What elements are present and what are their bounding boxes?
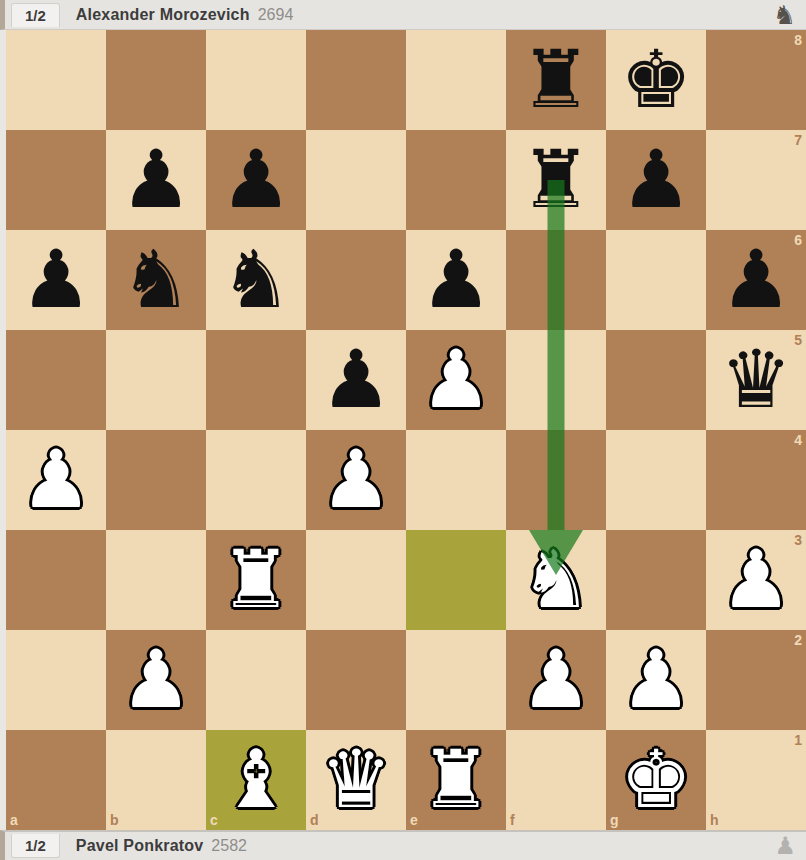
top-result-badge: 1/2 xyxy=(11,3,60,27)
square-f2[interactable]: ♟ xyxy=(506,630,606,730)
square-d1[interactable]: d♛ xyxy=(306,730,406,830)
chess-board: ♜♚8♟♟♜♟7♟♞♞♟6♟♟♟5♛♟♟4♜♞3♟♟♟♟2abc♝d♛e♜fg♚… xyxy=(6,30,806,830)
white-pawn-b2[interactable]: ♟ xyxy=(106,630,206,730)
white-pawn-g2[interactable]: ♟ xyxy=(606,630,706,730)
white-pawn-a4[interactable]: ♟ xyxy=(6,430,106,530)
square-b6[interactable]: ♞ xyxy=(106,230,206,330)
rank-label-8: 8 xyxy=(794,33,802,47)
square-d2[interactable] xyxy=(306,630,406,730)
black-knight-c6[interactable]: ♞ xyxy=(206,230,306,330)
square-d6[interactable] xyxy=(306,230,406,330)
square-g5[interactable] xyxy=(606,330,706,430)
black-pawn-h6[interactable]: ♟ xyxy=(706,230,806,330)
rank-label-1: 1 xyxy=(794,733,802,747)
square-f4[interactable] xyxy=(506,430,606,530)
square-b2[interactable]: ♟ xyxy=(106,630,206,730)
white-pawn-e5[interactable]: ♟ xyxy=(406,330,506,430)
square-g8[interactable]: ♚ xyxy=(606,30,706,130)
white-pawn-h3[interactable]: ♟ xyxy=(706,530,806,630)
square-h6[interactable]: 6♟ xyxy=(706,230,806,330)
white-rook-c3[interactable]: ♜ xyxy=(206,530,306,630)
square-f1[interactable]: f xyxy=(506,730,606,830)
black-knight-b6[interactable]: ♞ xyxy=(106,230,206,330)
file-label-b: b xyxy=(110,813,119,827)
square-b7[interactable]: ♟ xyxy=(106,130,206,230)
square-b5[interactable] xyxy=(106,330,206,430)
square-a2[interactable] xyxy=(6,630,106,730)
file-label-f: f xyxy=(510,813,515,827)
square-f5[interactable] xyxy=(506,330,606,430)
square-d8[interactable] xyxy=(306,30,406,130)
square-g4[interactable] xyxy=(606,430,706,530)
square-c6[interactable]: ♞ xyxy=(206,230,306,330)
bottom-player-rating: 2582 xyxy=(211,837,247,855)
black-rook-f7[interactable]: ♜ xyxy=(506,130,606,230)
square-d5[interactable]: ♟ xyxy=(306,330,406,430)
square-e5[interactable]: ♟ xyxy=(406,330,506,430)
square-h3[interactable]: 3♟ xyxy=(706,530,806,630)
square-b4[interactable] xyxy=(106,430,206,530)
black-pawn-e6[interactable]: ♟ xyxy=(406,230,506,330)
square-g6[interactable] xyxy=(606,230,706,330)
white-knight-f3[interactable]: ♞ xyxy=(506,530,606,630)
square-f6[interactable] xyxy=(506,230,606,330)
square-c8[interactable] xyxy=(206,30,306,130)
square-h1[interactable]: 1h xyxy=(706,730,806,830)
white-pawn-d4[interactable]: ♟ xyxy=(306,430,406,530)
square-c3[interactable]: ♜ xyxy=(206,530,306,630)
square-f7[interactable]: ♜ xyxy=(506,130,606,230)
black-pawn-c7[interactable]: ♟ xyxy=(206,130,306,230)
black-pawn-b7[interactable]: ♟ xyxy=(106,130,206,230)
white-king-g1[interactable]: ♚ xyxy=(606,730,706,830)
square-e1[interactable]: e♜ xyxy=(406,730,506,830)
square-a3[interactable] xyxy=(6,530,106,630)
rank-label-7: 7 xyxy=(794,133,802,147)
square-g7[interactable]: ♟ xyxy=(606,130,706,230)
square-c7[interactable]: ♟ xyxy=(206,130,306,230)
square-a8[interactable] xyxy=(6,30,106,130)
square-g3[interactable] xyxy=(606,530,706,630)
square-b8[interactable] xyxy=(106,30,206,130)
white-pawn-icon: ♟ xyxy=(774,834,796,858)
square-a6[interactable]: ♟ xyxy=(6,230,106,330)
white-bishop-c1[interactable]: ♝ xyxy=(206,730,306,830)
square-g1[interactable]: g♚ xyxy=(606,730,706,830)
black-knight-icon: ♞ xyxy=(773,2,796,28)
square-c2[interactable] xyxy=(206,630,306,730)
square-e4[interactable] xyxy=(406,430,506,530)
bottom-player-name: Pavel Ponkratov xyxy=(76,837,204,855)
square-c5[interactable] xyxy=(206,330,306,430)
black-pawn-g7[interactable]: ♟ xyxy=(606,130,706,230)
square-e3[interactable] xyxy=(406,530,506,630)
square-e7[interactable] xyxy=(406,130,506,230)
black-pawn-d5[interactable]: ♟ xyxy=(306,330,406,430)
square-e2[interactable] xyxy=(406,630,506,730)
square-b3[interactable] xyxy=(106,530,206,630)
top-player-rating: 2694 xyxy=(258,6,294,24)
square-a1[interactable]: a xyxy=(6,730,106,830)
white-rook-e1[interactable]: ♜ xyxy=(406,730,506,830)
top-player-bar: 1/2 Alexander Morozevich 2694 ♞ xyxy=(0,0,806,30)
square-f3[interactable]: ♞ xyxy=(506,530,606,630)
bottom-player-bar: 1/2 Pavel Ponkratov 2582 ♟ xyxy=(0,830,806,860)
square-h8[interactable]: 8 xyxy=(706,30,806,130)
white-pawn-f2[interactable]: ♟ xyxy=(506,630,606,730)
top-player-name: Alexander Morozevich xyxy=(76,6,250,24)
rank-label-2: 2 xyxy=(794,633,802,647)
square-d4[interactable]: ♟ xyxy=(306,430,406,530)
square-h2[interactable]: 2 xyxy=(706,630,806,730)
square-b1[interactable]: b xyxy=(106,730,206,830)
board-container: ♜♚8♟♟♜♟7♟♞♞♟6♟♟♟5♛♟♟4♜♞3♟♟♟♟2abc♝d♛e♜fg♚… xyxy=(6,30,806,830)
black-king-g8[interactable]: ♚ xyxy=(606,30,706,130)
square-a7[interactable] xyxy=(6,130,106,230)
white-queen-d1[interactable]: ♛ xyxy=(306,730,406,830)
square-a5[interactable] xyxy=(6,330,106,430)
square-d3[interactable] xyxy=(306,530,406,630)
bottom-result-badge: 1/2 xyxy=(11,834,60,858)
square-e6[interactable]: ♟ xyxy=(406,230,506,330)
file-label-a: a xyxy=(10,813,18,827)
black-queen-h5[interactable]: ♛ xyxy=(706,330,806,430)
square-g2[interactable]: ♟ xyxy=(606,630,706,730)
square-d7[interactable] xyxy=(306,130,406,230)
square-h5[interactable]: 5♛ xyxy=(706,330,806,430)
square-c1[interactable]: c♝ xyxy=(206,730,306,830)
square-h7[interactable]: 7 xyxy=(706,130,806,230)
file-label-h: h xyxy=(710,813,719,827)
square-c4[interactable] xyxy=(206,430,306,530)
square-h4[interactable]: 4 xyxy=(706,430,806,530)
square-e8[interactable] xyxy=(406,30,506,130)
rank-label-4: 4 xyxy=(794,433,802,447)
black-rook-f8[interactable]: ♜ xyxy=(506,30,606,130)
square-f8[interactable]: ♜ xyxy=(506,30,606,130)
black-pawn-a6[interactable]: ♟ xyxy=(6,230,106,330)
square-a4[interactable]: ♟ xyxy=(6,430,106,530)
